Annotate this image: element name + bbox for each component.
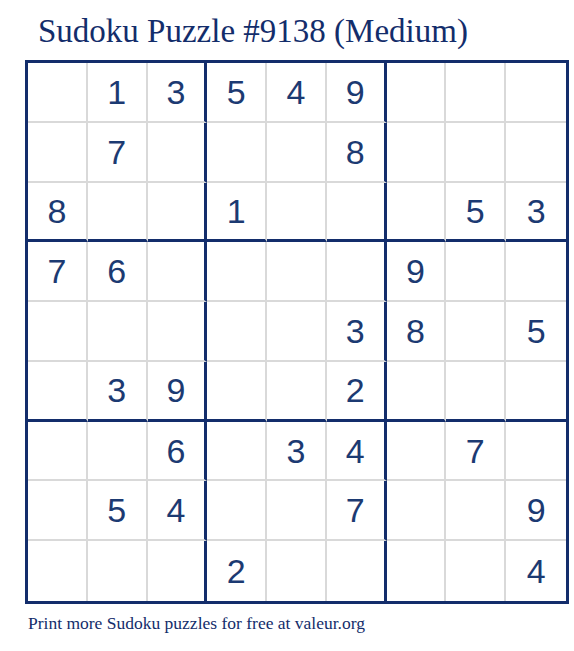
cell-r5c9: 5 xyxy=(506,302,566,362)
cell-r2c8[interactable] xyxy=(446,123,506,183)
cell-r8c7[interactable] xyxy=(387,481,447,541)
cell-r4c1: 7 xyxy=(28,242,88,302)
cell-r2c2: 7 xyxy=(88,123,148,183)
cell-r8c5[interactable] xyxy=(267,481,327,541)
cell-r6c9[interactable] xyxy=(506,362,566,422)
cell-r8c1[interactable] xyxy=(28,481,88,541)
cell-r2c9[interactable] xyxy=(506,123,566,183)
cell-r4c8[interactable] xyxy=(446,242,506,302)
cell-r5c6: 3 xyxy=(327,302,387,362)
cell-r7c1[interactable] xyxy=(28,422,88,482)
cell-r9c6[interactable] xyxy=(327,541,387,601)
cell-r7c8: 7 xyxy=(446,422,506,482)
cell-r6c4[interactable] xyxy=(207,362,267,422)
cell-r4c4[interactable] xyxy=(207,242,267,302)
cell-r2c4[interactable] xyxy=(207,123,267,183)
cell-r3c5[interactable] xyxy=(267,183,327,243)
cell-r7c5: 3 xyxy=(267,422,327,482)
cell-r7c4[interactable] xyxy=(207,422,267,482)
cell-r5c4[interactable] xyxy=(207,302,267,362)
cell-r1c8[interactable] xyxy=(446,63,506,123)
cell-r9c3[interactable] xyxy=(148,541,208,601)
cell-r4c9[interactable] xyxy=(506,242,566,302)
cell-r3c8: 5 xyxy=(446,183,506,243)
cell-r8c2: 5 xyxy=(88,481,148,541)
cell-r8c3: 4 xyxy=(148,481,208,541)
cell-r9c1[interactable] xyxy=(28,541,88,601)
cell-r5c3[interactable] xyxy=(148,302,208,362)
cell-r1c6: 9 xyxy=(327,63,387,123)
cell-r3c1: 8 xyxy=(28,183,88,243)
cell-r2c6: 8 xyxy=(327,123,387,183)
cell-r1c2: 1 xyxy=(88,63,148,123)
cell-r6c7[interactable] xyxy=(387,362,447,422)
cell-r9c2[interactable] xyxy=(88,541,148,601)
cell-r7c3: 6 xyxy=(148,422,208,482)
cell-r7c6: 4 xyxy=(327,422,387,482)
cell-r3c7[interactable] xyxy=(387,183,447,243)
cell-r8c4[interactable] xyxy=(207,481,267,541)
cell-r8c8[interactable] xyxy=(446,481,506,541)
cell-r3c3[interactable] xyxy=(148,183,208,243)
cell-r4c2: 6 xyxy=(88,242,148,302)
cell-r6c8[interactable] xyxy=(446,362,506,422)
cell-r4c5[interactable] xyxy=(267,242,327,302)
cell-r1c7[interactable] xyxy=(387,63,447,123)
cell-r3c4: 1 xyxy=(207,183,267,243)
cell-r1c9[interactable] xyxy=(506,63,566,123)
cell-r5c5[interactable] xyxy=(267,302,327,362)
cell-r6c5[interactable] xyxy=(267,362,327,422)
cell-r8c6: 7 xyxy=(327,481,387,541)
cell-r1c5: 4 xyxy=(267,63,327,123)
cell-r9c5[interactable] xyxy=(267,541,327,601)
cell-r4c6[interactable] xyxy=(327,242,387,302)
cell-r9c7[interactable] xyxy=(387,541,447,601)
cell-r7c2[interactable] xyxy=(88,422,148,482)
cell-r5c8[interactable] xyxy=(446,302,506,362)
cell-r2c3[interactable] xyxy=(148,123,208,183)
cell-r1c4: 5 xyxy=(207,63,267,123)
cell-r6c2: 3 xyxy=(88,362,148,422)
cell-r9c8[interactable] xyxy=(446,541,506,601)
cell-r5c7: 8 xyxy=(387,302,447,362)
footer-text: Print more Sudoku puzzles for free at va… xyxy=(28,613,365,634)
cell-r4c7: 9 xyxy=(387,242,447,302)
cell-r2c5[interactable] xyxy=(267,123,327,183)
cell-r9c9: 4 xyxy=(506,541,566,601)
cell-r2c1[interactable] xyxy=(28,123,88,183)
cell-r2c7[interactable] xyxy=(387,123,447,183)
cell-r7c7[interactable] xyxy=(387,422,447,482)
cell-r5c1[interactable] xyxy=(28,302,88,362)
cell-r7c9[interactable] xyxy=(506,422,566,482)
cell-r6c6: 2 xyxy=(327,362,387,422)
cell-r3c9: 3 xyxy=(506,183,566,243)
cell-r6c1[interactable] xyxy=(28,362,88,422)
cell-r3c6[interactable] xyxy=(327,183,387,243)
cell-r8c9: 9 xyxy=(506,481,566,541)
cell-r1c3: 3 xyxy=(148,63,208,123)
cell-r5c2[interactable] xyxy=(88,302,148,362)
cell-r3c2[interactable] xyxy=(88,183,148,243)
cell-r6c3: 9 xyxy=(148,362,208,422)
sudoku-board: 135497881537693853926347547924 xyxy=(25,60,569,604)
cell-r4c3[interactable] xyxy=(148,242,208,302)
cell-r9c4: 2 xyxy=(207,541,267,601)
page-title: Sudoku Puzzle #9138 (Medium) xyxy=(38,12,468,50)
cell-r1c1[interactable] xyxy=(28,63,88,123)
